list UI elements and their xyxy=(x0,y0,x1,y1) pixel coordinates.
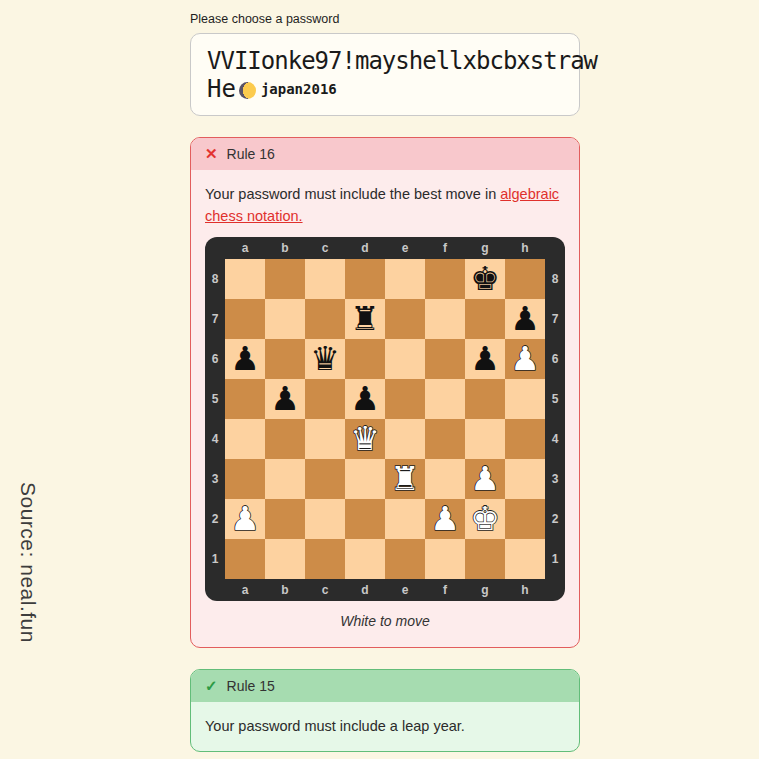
square-b7 xyxy=(265,299,305,339)
piece-black-king: ♚ xyxy=(470,259,500,299)
square-d2 xyxy=(345,499,385,539)
square-h6: ♟ xyxy=(505,339,545,379)
square-h4 xyxy=(505,419,545,459)
square-c1 xyxy=(305,539,345,579)
file-label-h-top: h xyxy=(505,237,545,259)
piece-black-pawn: ♟ xyxy=(270,379,300,419)
square-d1 xyxy=(345,539,385,579)
rule-16-label: Rule 16 xyxy=(227,146,275,162)
square-g1 xyxy=(465,539,505,579)
rank-label-3-left: 3 xyxy=(205,459,225,499)
file-label-a-bottom: a xyxy=(225,579,265,601)
rank-label-6-left: 6 xyxy=(205,339,225,379)
piece-white-pawn: ♟ xyxy=(470,459,500,499)
moon-icon xyxy=(239,82,256,99)
rank-label-7-left: 7 xyxy=(205,299,225,339)
square-f3 xyxy=(425,459,465,499)
piece-white-pawn: ♟ xyxy=(510,339,540,379)
rank-label-5-left: 5 xyxy=(205,379,225,419)
square-d5: ♟ xyxy=(345,379,385,419)
square-a8 xyxy=(225,259,265,299)
square-h5 xyxy=(505,379,545,419)
square-a6: ♟ xyxy=(225,339,265,379)
check-icon: ✓ xyxy=(205,677,218,695)
file-label-d-top: d xyxy=(345,237,385,259)
file-label-h-bottom: h xyxy=(505,579,545,601)
file-label-b-top: b xyxy=(265,237,305,259)
file-label-c-bottom: c xyxy=(305,579,345,601)
square-f6 xyxy=(425,339,465,379)
rank-label-3-right: 3 xyxy=(545,459,565,499)
piece-white-rook: ♜ xyxy=(390,459,420,499)
rank-label-6-right: 6 xyxy=(545,339,565,379)
square-a3 xyxy=(225,459,265,499)
square-e1 xyxy=(385,539,425,579)
square-b3 xyxy=(265,459,305,499)
source-attribution: Source: neal.fun xyxy=(16,482,40,643)
password-label: Please choose a password xyxy=(190,12,580,26)
password-value-line2: He japan2016 xyxy=(207,75,563,103)
piece-white-queen: ♛ xyxy=(350,419,380,459)
file-label-d-bottom: d xyxy=(345,579,385,601)
password-value-prefix: He xyxy=(207,75,236,103)
square-d7: ♜ xyxy=(345,299,385,339)
square-g5 xyxy=(465,379,505,419)
square-h2 xyxy=(505,499,545,539)
piece-black-pawn: ♟ xyxy=(470,339,500,379)
piece-black-rook: ♜ xyxy=(350,299,380,339)
square-h3 xyxy=(505,459,545,499)
square-c2 xyxy=(305,499,345,539)
file-label-b-bottom: b xyxy=(265,579,305,601)
piece-black-queen: ♛ xyxy=(310,339,340,379)
square-e8 xyxy=(385,259,425,299)
file-label-g-top: g xyxy=(465,237,505,259)
square-g6: ♟ xyxy=(465,339,505,379)
rule-15-header: ✓ Rule 15 xyxy=(191,670,579,702)
main-column: Please choose a password VVIIonke97!mays… xyxy=(190,12,580,752)
piece-black-pawn: ♟ xyxy=(510,299,540,339)
file-label-c-top: c xyxy=(305,237,345,259)
square-g2: ♚ xyxy=(465,499,505,539)
rank-label-8-left: 8 xyxy=(205,259,225,299)
frame-corner xyxy=(205,237,225,259)
rank-label-2-left: 2 xyxy=(205,499,225,539)
frame-corner xyxy=(205,579,225,601)
rank-label-4-right: 4 xyxy=(545,419,565,459)
file-label-f-bottom: f xyxy=(425,579,465,601)
rank-label-5-right: 5 xyxy=(545,379,565,419)
password-value-suffix: japan2016 xyxy=(261,81,337,97)
square-e3: ♜ xyxy=(385,459,425,499)
square-c5 xyxy=(305,379,345,419)
rule-16-text: Your password must include the best move… xyxy=(205,186,500,202)
square-a1 xyxy=(225,539,265,579)
square-b1 xyxy=(265,539,305,579)
square-a2: ♟ xyxy=(225,499,265,539)
frame-corner xyxy=(545,237,565,259)
rule-15-body: Your password must include a leap year. xyxy=(191,702,579,751)
square-a5 xyxy=(225,379,265,419)
file-label-f-top: f xyxy=(425,237,465,259)
square-e6 xyxy=(385,339,425,379)
rank-label-1-left: 1 xyxy=(205,539,225,579)
square-a4 xyxy=(225,419,265,459)
square-b4 xyxy=(265,419,305,459)
file-label-e-top: e xyxy=(385,237,425,259)
square-d6 xyxy=(345,339,385,379)
square-f4 xyxy=(425,419,465,459)
square-c4 xyxy=(305,419,345,459)
password-input[interactable]: VVIIonke97!mayshellxbcbxstraw He japan20… xyxy=(190,33,580,116)
square-d8 xyxy=(345,259,385,299)
square-c6: ♛ xyxy=(305,339,345,379)
piece-white-king: ♚ xyxy=(470,499,500,539)
file-label-e-bottom: e xyxy=(385,579,425,601)
square-e4 xyxy=(385,419,425,459)
square-e2 xyxy=(385,499,425,539)
rule-16-body: Your password must include the best move… xyxy=(191,170,579,647)
square-c7 xyxy=(305,299,345,339)
square-g7 xyxy=(465,299,505,339)
square-d4: ♛ xyxy=(345,419,385,459)
rule-15-label: Rule 15 xyxy=(227,678,275,694)
chess-board: abcdefgh8♚87♜♟76♟♛♟♟65♟♟54♛43♜♟32♟♟♚211a… xyxy=(205,237,565,601)
square-c3 xyxy=(305,459,345,499)
square-g4 xyxy=(465,419,505,459)
rule-16-card: ✕ Rule 16 Your password must include the… xyxy=(190,137,580,648)
piece-white-pawn: ♟ xyxy=(430,499,460,539)
rank-label-7-right: 7 xyxy=(545,299,565,339)
board-wrap: abcdefgh8♚87♜♟76♟♛♟♟65♟♟54♛43♜♟32♟♟♚211a… xyxy=(205,237,565,601)
square-b2 xyxy=(265,499,305,539)
square-f2: ♟ xyxy=(425,499,465,539)
password-value-line1: VVIIonke97!mayshellxbcbxstraw xyxy=(207,47,563,75)
square-b8 xyxy=(265,259,305,299)
square-h8 xyxy=(505,259,545,299)
square-a7 xyxy=(225,299,265,339)
square-c8 xyxy=(305,259,345,299)
square-f7 xyxy=(425,299,465,339)
rank-label-8-right: 8 xyxy=(545,259,565,299)
rule-16-header: ✕ Rule 16 xyxy=(191,138,579,170)
piece-black-pawn: ♟ xyxy=(230,339,260,379)
square-e7 xyxy=(385,299,425,339)
square-d3 xyxy=(345,459,385,499)
file-label-a-top: a xyxy=(225,237,265,259)
rank-label-2-right: 2 xyxy=(545,499,565,539)
square-h7: ♟ xyxy=(505,299,545,339)
piece-black-pawn: ♟ xyxy=(350,379,380,419)
frame-corner xyxy=(545,579,565,601)
square-b5: ♟ xyxy=(265,379,305,419)
square-e5 xyxy=(385,379,425,419)
rule-15-card: ✓ Rule 15 Your password must include a l… xyxy=(190,669,580,752)
square-g3: ♟ xyxy=(465,459,505,499)
square-f8 xyxy=(425,259,465,299)
piece-white-pawn: ♟ xyxy=(230,499,260,539)
square-f1 xyxy=(425,539,465,579)
rank-label-4-left: 4 xyxy=(205,419,225,459)
board-caption: White to move xyxy=(205,611,565,633)
x-icon: ✕ xyxy=(205,145,218,163)
square-f5 xyxy=(425,379,465,419)
square-h1 xyxy=(505,539,545,579)
rank-label-1-right: 1 xyxy=(545,539,565,579)
square-b6 xyxy=(265,339,305,379)
square-g8: ♚ xyxy=(465,259,505,299)
file-label-g-bottom: g xyxy=(465,579,505,601)
